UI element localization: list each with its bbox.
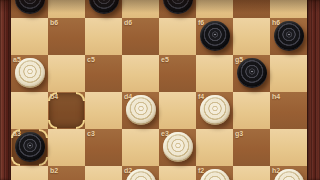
square-label-c5: c5	[87, 56, 95, 64]
square-h2[interactable]: h2⛀	[270, 166, 307, 180]
square-label-d6: d6	[124, 19, 132, 27]
square-label-b4: b4	[50, 93, 58, 101]
square-d7	[122, 0, 159, 18]
square-d2[interactable]: d2⛀	[122, 166, 159, 180]
square-c5[interactable]: c5	[85, 55, 122, 92]
square-f7	[196, 0, 233, 18]
board-frame-left	[0, 0, 11, 180]
light-piece-e3[interactable]: ⛀	[163, 132, 193, 162]
square-h5	[270, 55, 307, 92]
square-g7[interactable]	[233, 0, 270, 18]
checkers-board: ⛂⛂⛂b6d6f6⛂h6⛂a5⛀c5e5g5⛂b4d4⛀f4⛀h4a3⛂c3e3…	[11, 0, 307, 180]
light-piece-d4[interactable]: ⛀	[126, 95, 156, 125]
square-h3	[270, 129, 307, 166]
square-e3[interactable]: e3⛀	[159, 129, 196, 166]
square-a5[interactable]: a5⛀	[11, 55, 48, 92]
board-frame-right	[307, 0, 320, 180]
square-b5	[48, 55, 85, 92]
square-d6[interactable]: d6	[122, 18, 159, 55]
dark-piece-c7[interactable]: ⛂	[89, 0, 119, 14]
square-label-c3: c3	[87, 130, 95, 138]
square-g2	[233, 166, 270, 180]
square-b3	[48, 129, 85, 166]
square-f4[interactable]: f4⛀	[196, 92, 233, 129]
square-g5[interactable]: g5⛂	[233, 55, 270, 92]
square-c2	[85, 166, 122, 180]
square-h7	[270, 0, 307, 18]
square-e4	[159, 92, 196, 129]
square-f3	[196, 129, 233, 166]
square-c4	[85, 92, 122, 129]
square-label-h4: h4	[272, 93, 280, 101]
square-h4[interactable]: h4	[270, 92, 307, 129]
square-b6[interactable]: b6	[48, 18, 85, 55]
highlight-corner-icon	[11, 157, 20, 166]
square-b2[interactable]: b2	[48, 166, 85, 180]
square-c3[interactable]: c3	[85, 129, 122, 166]
dark-piece-a7[interactable]: ⛂	[15, 0, 45, 14]
square-g3[interactable]: g3	[233, 129, 270, 166]
square-h6[interactable]: h6⛂	[270, 18, 307, 55]
square-a3[interactable]: a3⛂	[11, 129, 48, 166]
dark-piece-e7[interactable]: ⛂	[163, 0, 193, 14]
square-b4[interactable]: b4	[48, 92, 85, 129]
square-d4[interactable]: d4⛀	[122, 92, 159, 129]
dark-piece-h6[interactable]: ⛂	[274, 21, 304, 51]
square-f2[interactable]: f2⛀	[196, 166, 233, 180]
square-e6	[159, 18, 196, 55]
square-a6	[11, 18, 48, 55]
square-c7[interactable]: ⛂	[85, 0, 122, 18]
square-f5	[196, 55, 233, 92]
square-label-g3: g3	[235, 130, 243, 138]
highlight-corner-icon	[76, 92, 85, 101]
square-g6	[233, 18, 270, 55]
square-e5[interactable]: e5	[159, 55, 196, 92]
square-a7[interactable]: ⛂	[11, 0, 48, 18]
highlight-corner-icon	[48, 120, 57, 129]
square-b7	[48, 0, 85, 18]
square-e7[interactable]: ⛂	[159, 0, 196, 18]
square-label-b6: b6	[50, 19, 58, 27]
square-label-e5: e5	[161, 56, 169, 64]
square-f6[interactable]: f6⛂	[196, 18, 233, 55]
square-label-b2: b2	[50, 167, 58, 175]
square-a2	[11, 166, 48, 180]
checkers-board-screen: ⛂⛂⛂b6d6f6⛂h6⛂a5⛀c5e5g5⛂b4d4⛀f4⛀h4a3⛂c3e3…	[0, 0, 320, 180]
highlight-corner-icon	[39, 157, 48, 166]
square-c6	[85, 18, 122, 55]
square-a4	[11, 92, 48, 129]
square-d5	[122, 55, 159, 92]
dark-piece-a3[interactable]: ⛂	[15, 132, 45, 162]
highlight-corner-icon	[76, 120, 85, 129]
square-d3	[122, 129, 159, 166]
square-g4	[233, 92, 270, 129]
square-e2	[159, 166, 196, 180]
dark-piece-f6[interactable]: ⛂	[200, 21, 230, 51]
light-piece-f4[interactable]: ⛀	[200, 95, 230, 125]
dark-piece-g5[interactable]: ⛂	[237, 58, 267, 88]
light-piece-a5[interactable]: ⛀	[15, 58, 45, 88]
